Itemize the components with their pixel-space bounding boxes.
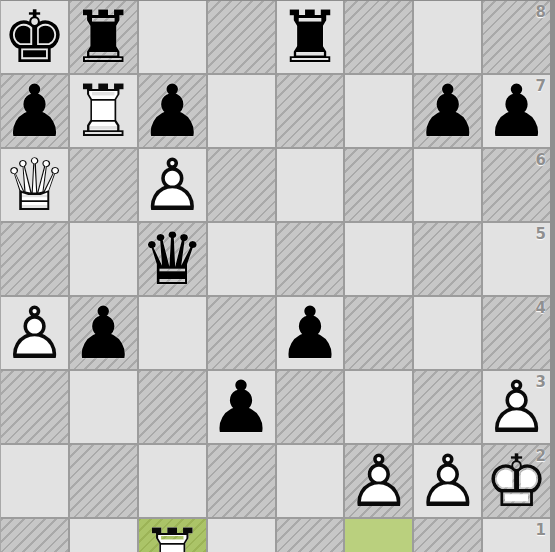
piece-white-pawn[interactable]: ♟♙ [483,371,550,443]
square-e4[interactable]: ♟ [277,297,344,369]
square-e1[interactable]: e [277,519,344,552]
piece-glyph: ♜ [71,1,136,73]
square-h7[interactable]: ♟7 [483,75,550,147]
square-h5[interactable]: 5 [483,223,550,295]
piece-outline: ♖ [140,519,205,552]
piece-glyph: ♟ [71,297,136,369]
square-d8[interactable] [208,1,275,73]
piece-outline: ♙ [2,297,67,369]
square-b2[interactable] [70,445,137,517]
piece-black-pawn[interactable]: ♟ [414,75,481,147]
piece-black-pawn[interactable]: ♟ [70,297,137,369]
square-a5[interactable] [1,223,68,295]
piece-black-pawn[interactable]: ♟ [139,75,206,147]
piece-outline: ♕ [2,149,67,221]
square-e3[interactable] [277,371,344,443]
piece-glyph: ♚ [2,1,67,73]
square-f3[interactable] [345,371,412,443]
square-d4[interactable] [208,297,275,369]
square-g7[interactable]: ♟ [414,75,481,147]
square-g2[interactable]: ♟♙ [414,445,481,517]
square-a7[interactable]: ♟ [1,75,68,147]
square-c4[interactable] [139,297,206,369]
square-f2[interactable]: ♟♙ [345,445,412,517]
square-g5[interactable] [414,223,481,295]
square-c5[interactable]: ♛ [139,223,206,295]
piece-black-rook[interactable]: ♜ [70,1,137,73]
square-c2[interactable] [139,445,206,517]
square-b3[interactable] [70,371,137,443]
square-g4[interactable] [414,297,481,369]
piece-glyph: ♜ [278,1,343,73]
rank-label: 1 [536,521,546,539]
square-d7[interactable] [208,75,275,147]
square-f5[interactable] [345,223,412,295]
piece-outline: ♙ [140,149,205,221]
piece-glyph: ♟ [209,371,274,443]
chess-board-frame: ♚♜♜8♟♜♖♟♟♟7♛♕♟♙6♛5♟♙♟♟4♟♟♙3♟♙♟♙♚♔2ab♜♖cd… [0,0,555,552]
square-c3[interactable] [139,371,206,443]
square-a6[interactable]: ♛♕ [1,149,68,221]
rank-label: 6 [536,151,546,169]
square-a1[interactable]: a [1,519,68,552]
piece-black-pawn[interactable]: ♟ [1,75,68,147]
square-d3[interactable]: ♟ [208,371,275,443]
square-a8[interactable]: ♚ [1,1,68,73]
piece-outline: ♖ [71,75,136,147]
piece-white-queen[interactable]: ♛♕ [1,149,68,221]
square-f7[interactable] [345,75,412,147]
piece-white-pawn[interactable]: ♟♙ [139,149,206,221]
square-b6[interactable] [70,149,137,221]
square-h3[interactable]: ♟♙3 [483,371,550,443]
square-h8[interactable]: 8 [483,1,550,73]
square-e2[interactable] [277,445,344,517]
square-h1[interactable]: 1h [483,519,550,552]
square-d1[interactable]: d [208,519,275,552]
piece-glyph: ♟ [2,75,67,147]
square-e6[interactable] [277,149,344,221]
square-c8[interactable] [139,1,206,73]
square-e7[interactable] [277,75,344,147]
square-c1[interactable]: ♜♖c [139,519,206,552]
piece-black-pawn[interactable]: ♟ [277,297,344,369]
square-h6[interactable]: 6 [483,149,550,221]
piece-black-king[interactable]: ♚ [1,1,68,73]
piece-white-rook[interactable]: ♜♖ [70,75,137,147]
square-c6[interactable]: ♟♙ [139,149,206,221]
square-b4[interactable]: ♟ [70,297,137,369]
piece-glyph: ♛ [140,223,205,295]
square-e5[interactable] [277,223,344,295]
square-a3[interactable] [1,371,68,443]
square-f8[interactable] [345,1,412,73]
square-e8[interactable]: ♜ [277,1,344,73]
square-f1[interactable]: f [345,519,412,552]
rank-label: 4 [536,299,546,317]
square-h2[interactable]: ♚♔2 [483,445,550,517]
piece-glyph: ♟ [140,75,205,147]
piece-white-pawn[interactable]: ♟♙ [345,445,412,517]
rank-label: 5 [536,225,546,243]
piece-white-rook[interactable]: ♜♖ [139,519,206,552]
piece-outline: ♙ [415,445,480,517]
piece-outline: ♙ [484,371,549,443]
rank-label: 8 [536,3,546,21]
square-a4[interactable]: ♟♙ [1,297,68,369]
square-d6[interactable] [208,149,275,221]
square-g6[interactable] [414,149,481,221]
square-b5[interactable] [70,223,137,295]
piece-glyph: ♟ [278,297,343,369]
piece-black-queen[interactable]: ♛ [139,223,206,295]
square-f6[interactable] [345,149,412,221]
square-b8[interactable]: ♜ [70,1,137,73]
square-f4[interactable] [345,297,412,369]
piece-black-pawn[interactable]: ♟ [208,371,275,443]
square-d2[interactable] [208,445,275,517]
piece-white-king[interactable]: ♚♔ [483,445,550,517]
square-b1[interactable]: b [70,519,137,552]
piece-outline: ♙ [347,445,412,517]
square-g3[interactable] [414,371,481,443]
square-c7[interactable]: ♟ [139,75,206,147]
piece-black-rook[interactable]: ♜ [277,1,344,73]
piece-outline: ♔ [484,445,549,517]
square-g8[interactable] [414,1,481,73]
piece-black-pawn[interactable]: ♟ [483,75,550,147]
square-a2[interactable] [1,445,68,517]
piece-white-pawn[interactable]: ♟♙ [414,445,481,517]
piece-glyph: ♟ [415,75,480,147]
square-d5[interactable] [208,223,275,295]
square-b7[interactable]: ♜♖ [70,75,137,147]
piece-white-pawn[interactable]: ♟♙ [1,297,68,369]
piece-glyph: ♟ [484,75,549,147]
chess-board: ♚♜♜8♟♜♖♟♟♟7♛♕♟♙6♛5♟♙♟♟4♟♟♙3♟♙♟♙♚♔2ab♜♖cd… [1,1,550,552]
square-h4[interactable]: 4 [483,297,550,369]
square-g1[interactable]: g [414,519,481,552]
